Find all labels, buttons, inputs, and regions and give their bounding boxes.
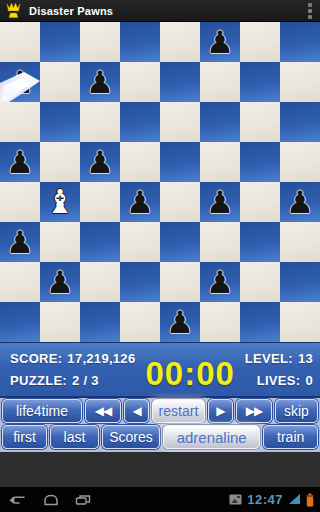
square-c1[interactable] — [80, 302, 120, 342]
timer-display: 00:00 — [145, 357, 234, 390]
app-title: Disaster Pawns — [29, 5, 113, 17]
step-forward-button[interactable]: ▶ — [208, 399, 233, 423]
control-row-1: life4time◀◀◀restart▶▶▶skip — [2, 399, 318, 423]
disaster-pawns-screen: Disaster Pawns ♟♟♟♟♟♝♟♟♟♟♟♟♟ SCORE:17,21… — [0, 0, 320, 512]
letterbox-strip — [0, 452, 320, 487]
square-b8[interactable] — [40, 22, 80, 62]
square-f1[interactable] — [200, 302, 240, 342]
battery-icon — [306, 493, 314, 507]
black-pawn[interactable]: ♟ — [80, 142, 120, 182]
scores-button[interactable]: Scores — [102, 425, 160, 449]
square-g3[interactable] — [240, 222, 280, 262]
fast-forward-button[interactable]: ▶▶ — [236, 399, 272, 423]
lives-label: LIVES: — [257, 373, 301, 388]
square-b1[interactable] — [40, 302, 80, 342]
control-row-2: firstlastScoresadrenalinetrain — [2, 425, 318, 449]
square-e7[interactable] — [160, 62, 200, 102]
puzzle-value: 2 / 3 — [72, 373, 99, 388]
restart-button[interactable]: restart — [152, 399, 205, 423]
square-h1[interactable] — [280, 302, 320, 342]
square-e2[interactable] — [160, 262, 200, 302]
square-d7[interactable] — [120, 62, 160, 102]
square-c6[interactable] — [80, 102, 120, 142]
square-a6[interactable] — [0, 102, 40, 142]
back-icon[interactable] — [8, 494, 27, 506]
title-bar: Disaster Pawns — [0, 0, 320, 22]
square-f8[interactable]: ♟ — [200, 22, 240, 62]
square-g5[interactable] — [240, 142, 280, 182]
app-logo-icon — [5, 2, 22, 19]
square-h5[interactable] — [280, 142, 320, 182]
screenshot-notification-icon[interactable] — [229, 494, 242, 505]
square-d8[interactable] — [120, 22, 160, 62]
square-a2[interactable] — [0, 262, 40, 302]
puzzle-label: PUZZLE: — [10, 373, 67, 388]
square-b4[interactable]: ♝ — [40, 182, 80, 222]
level-label: LEVEL: — [245, 351, 293, 366]
hud-left: SCORE:17,219,126 PUZZLE:2 / 3 — [0, 351, 145, 388]
wifi-icon — [288, 494, 301, 505]
black-pawn[interactable]: ♟ — [80, 62, 120, 102]
black-pawn[interactable]: ♟ — [200, 262, 240, 302]
square-c8[interactable] — [80, 22, 120, 62]
nav-buttons — [8, 494, 91, 506]
hud-panel: SCORE:17,219,126 PUZZLE:2 / 3 00:00 LEVE… — [0, 342, 320, 398]
train-button[interactable]: train — [263, 425, 318, 449]
square-g8[interactable] — [240, 22, 280, 62]
black-pawn[interactable]: ♟ — [40, 262, 80, 302]
square-h3[interactable] — [280, 222, 320, 262]
square-h8[interactable] — [280, 22, 320, 62]
square-e8[interactable] — [160, 22, 200, 62]
control-bar: life4time◀◀◀restart▶▶▶skip firstlastScor… — [0, 398, 320, 452]
level-line: LEVEL:13 — [245, 351, 313, 366]
first-button[interactable]: first — [2, 425, 47, 449]
square-a1[interactable] — [0, 302, 40, 342]
square-e1[interactable]: ♟ — [160, 302, 200, 342]
square-a3[interactable]: ♟ — [0, 222, 40, 262]
black-pawn[interactable]: ♟ — [160, 302, 200, 342]
score-label: SCORE: — [10, 351, 62, 366]
square-a8[interactable] — [0, 22, 40, 62]
square-e6[interactable] — [160, 102, 200, 142]
white-bishop[interactable]: ♝ — [40, 182, 80, 222]
rewind-button[interactable]: ◀◀ — [85, 399, 121, 423]
hud-right: LEVEL:13 LIVES:0 — [235, 351, 320, 388]
square-d2[interactable] — [120, 262, 160, 302]
square-g2[interactable] — [240, 262, 280, 302]
lives-value: 0 — [305, 373, 313, 388]
square-e4[interactable] — [160, 182, 200, 222]
square-b5[interactable] — [40, 142, 80, 182]
square-c2[interactable] — [80, 262, 120, 302]
skip-button[interactable]: skip — [275, 399, 318, 423]
square-d3[interactable] — [120, 222, 160, 262]
square-a7[interactable]: ♟ — [0, 62, 40, 102]
black-pawn[interactable]: ♟ — [0, 222, 40, 262]
black-pawn[interactable]: ♟ — [200, 182, 240, 222]
square-c7[interactable]: ♟ — [80, 62, 120, 102]
square-a4[interactable] — [0, 182, 40, 222]
score-value: 17,219,126 — [67, 351, 135, 366]
square-e5[interactable] — [160, 142, 200, 182]
puzzle-line: PUZZLE:2 / 3 — [10, 373, 135, 388]
square-f7[interactable] — [200, 62, 240, 102]
life4time-button[interactable]: life4time — [2, 399, 82, 423]
black-pawn[interactable]: ♟ — [200, 22, 240, 62]
square-c4[interactable] — [80, 182, 120, 222]
square-h4[interactable]: ♟ — [280, 182, 320, 222]
square-b2[interactable]: ♟ — [40, 262, 80, 302]
square-a5[interactable]: ♟ — [0, 142, 40, 182]
lives-line: LIVES:0 — [257, 373, 313, 388]
score-line: SCORE:17,219,126 — [10, 351, 135, 366]
square-b6[interactable] — [40, 102, 80, 142]
level-value: 13 — [298, 351, 313, 366]
square-f5[interactable] — [200, 142, 240, 182]
square-f6[interactable] — [200, 102, 240, 142]
system-bar: 12:47 — [0, 487, 320, 512]
square-h7[interactable] — [280, 62, 320, 102]
square-h6[interactable] — [280, 102, 320, 142]
status-cluster: 12:47 — [229, 492, 314, 507]
square-f4[interactable]: ♟ — [200, 182, 240, 222]
square-g1[interactable] — [240, 302, 280, 342]
square-e3[interactable] — [160, 222, 200, 262]
recent-apps-icon[interactable] — [75, 494, 91, 506]
last-button[interactable]: last — [50, 425, 99, 449]
square-f3[interactable] — [200, 222, 240, 262]
adrenaline-button[interactable]: adrenaline — [163, 425, 260, 449]
square-g6[interactable] — [240, 102, 280, 142]
square-g7[interactable] — [240, 62, 280, 102]
black-pawn[interactable]: ♟ — [120, 182, 160, 222]
black-pawn[interactable]: ♟ — [0, 142, 40, 182]
square-f2[interactable]: ♟ — [200, 262, 240, 302]
clock: 12:47 — [247, 492, 283, 507]
square-h2[interactable] — [280, 262, 320, 302]
home-icon[interactable] — [43, 494, 59, 506]
chess-board: ♟♟♟♟♟♝♟♟♟♟♟♟♟ — [0, 22, 320, 342]
square-c5[interactable]: ♟ — [80, 142, 120, 182]
square-b3[interactable] — [40, 222, 80, 262]
square-d1[interactable] — [120, 302, 160, 342]
square-b7[interactable] — [40, 62, 80, 102]
square-d4[interactable]: ♟ — [120, 182, 160, 222]
step-back-button[interactable]: ◀ — [124, 399, 149, 423]
square-d5[interactable] — [120, 142, 160, 182]
overflow-menu-icon[interactable] — [308, 3, 312, 19]
square-d6[interactable] — [120, 102, 160, 142]
black-pawn[interactable]: ♟ — [280, 182, 320, 222]
square-c3[interactable] — [80, 222, 120, 262]
square-g4[interactable] — [240, 182, 280, 222]
